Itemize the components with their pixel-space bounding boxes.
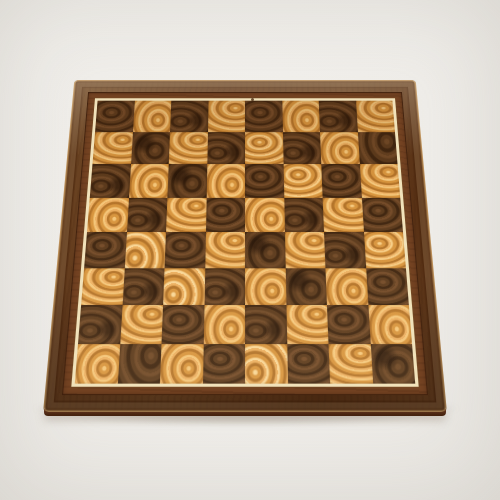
square-b1 (117, 344, 161, 384)
square-g3 (325, 268, 367, 305)
square-a5 (87, 197, 129, 232)
square-f5 (284, 197, 324, 232)
square-c8 (170, 101, 208, 132)
frame-pin-hole (251, 98, 254, 101)
square-h2 (368, 305, 412, 344)
square-f8 (282, 101, 320, 132)
square-d5 (206, 197, 246, 232)
square-g2 (327, 305, 370, 344)
square-c6 (167, 164, 206, 197)
square-d3 (204, 268, 245, 305)
square-g7 (320, 132, 359, 164)
square-g6 (321, 164, 361, 197)
square-d1 (202, 344, 245, 384)
square-a1 (75, 344, 120, 384)
square-g5 (323, 197, 364, 232)
square-e7 (245, 132, 283, 164)
square-g1 (328, 344, 372, 384)
square-b4 (124, 232, 166, 268)
square-b7 (131, 132, 170, 164)
square-e8 (245, 101, 282, 132)
square-h1 (370, 344, 415, 384)
square-a7 (92, 132, 132, 164)
square-h5 (361, 197, 403, 232)
square-a4 (84, 232, 126, 268)
square-e4 (245, 232, 285, 268)
square-e6 (245, 164, 284, 197)
square-h4 (364, 232, 406, 268)
square-c1 (160, 344, 203, 384)
square-f1 (287, 344, 330, 384)
chess-board (43, 80, 447, 412)
square-f3 (285, 268, 327, 305)
square-d6 (206, 164, 245, 197)
square-f7 (282, 132, 321, 164)
square-e2 (245, 305, 287, 344)
square-a6 (90, 164, 131, 197)
square-b5 (127, 197, 168, 232)
square-e1 (245, 344, 288, 384)
square-a3 (81, 268, 124, 305)
square-g4 (324, 232, 366, 268)
square-b2 (120, 305, 163, 344)
square-f2 (286, 305, 329, 344)
square-h6 (359, 164, 400, 197)
square-c2 (162, 305, 205, 344)
board-squares (75, 101, 415, 384)
square-d4 (205, 232, 245, 268)
square-a8 (95, 101, 134, 132)
square-d8 (208, 101, 245, 132)
square-c5 (166, 197, 206, 232)
square-d2 (203, 305, 245, 344)
square-e5 (245, 197, 285, 232)
square-h8 (356, 101, 395, 132)
square-b8 (133, 101, 172, 132)
square-e3 (245, 268, 286, 305)
square-g8 (319, 101, 358, 132)
square-f6 (283, 164, 322, 197)
square-c4 (165, 232, 206, 268)
square-d7 (207, 132, 245, 164)
photo-background (0, 0, 500, 500)
square-c3 (163, 268, 205, 305)
square-c7 (169, 132, 208, 164)
square-b3 (122, 268, 164, 305)
square-h7 (357, 132, 397, 164)
square-b6 (129, 164, 169, 197)
square-a2 (78, 305, 122, 344)
square-f4 (285, 232, 326, 268)
square-h3 (366, 268, 409, 305)
